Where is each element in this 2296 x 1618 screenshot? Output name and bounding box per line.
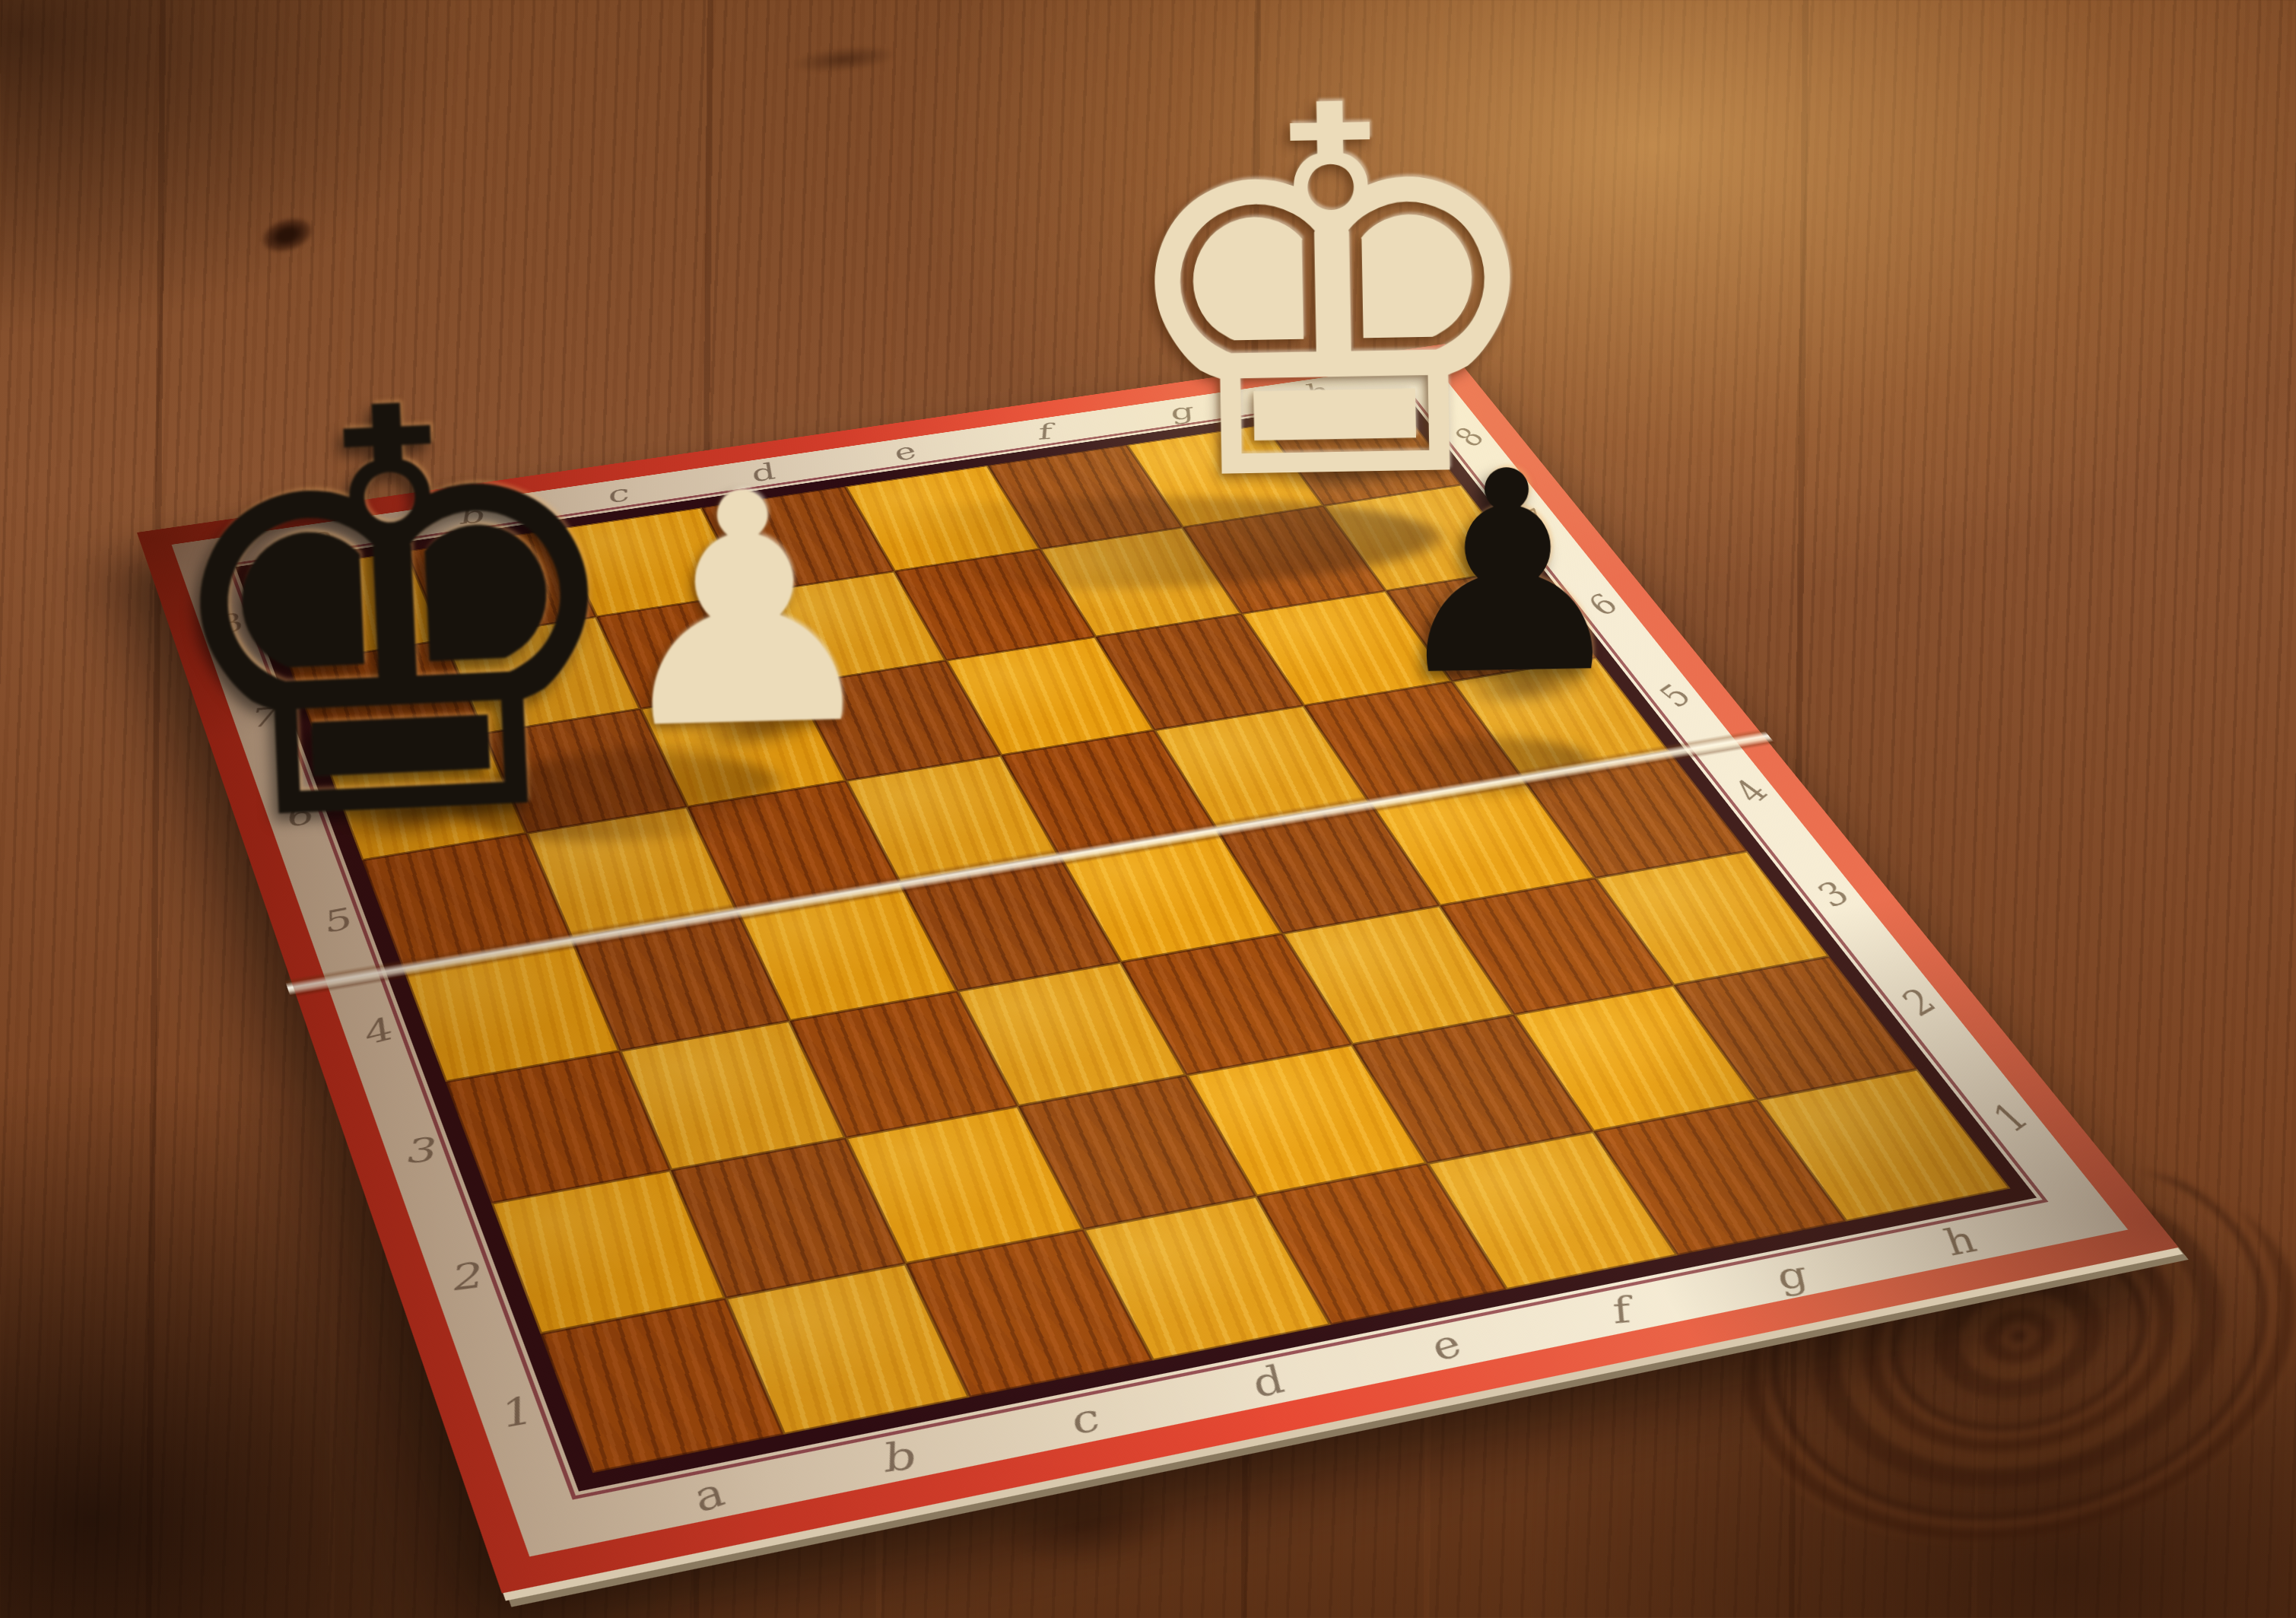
black-pawn-piece[interactable]: ♟ — [1367, 433, 1649, 714]
pieces-layer: ♚♟♚♟ — [0, 0, 2296, 1618]
wooden-table-surface: 88aa77bb66cc55dd44ee33ff22gg11hh ♚♟♚♟ — [0, 0, 2296, 1618]
white-king-piece[interactable]: ♚ — [1075, 39, 1591, 555]
white-pawn-piece[interactable]: ♟ — [583, 449, 908, 774]
black-king-piece[interactable]: ♚ — [106, 327, 684, 905]
